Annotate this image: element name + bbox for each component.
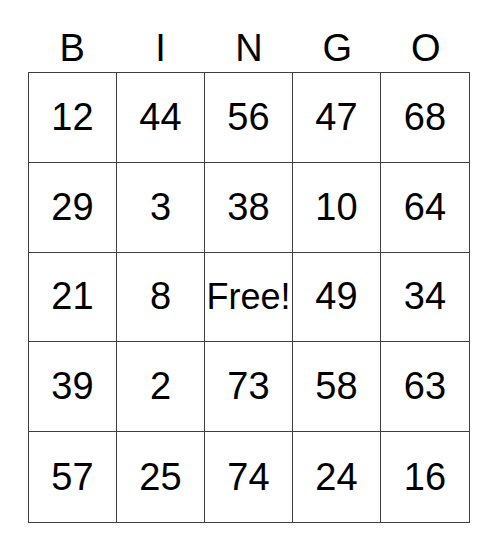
column-letter-n: N xyxy=(205,27,293,72)
bingo-cell: 2 xyxy=(117,342,205,432)
bingo-cell: 21 xyxy=(29,253,117,343)
bingo-cell: 8 xyxy=(117,253,205,343)
bingo-cell: 58 xyxy=(293,342,381,432)
column-letter-b: B xyxy=(28,27,116,72)
bingo-cell: 68 xyxy=(381,73,469,163)
bingo-cell: 74 xyxy=(205,432,293,522)
bingo-cell: 24 xyxy=(293,432,381,522)
bingo-card: B I N G O 12 44 56 47 68 29 3 38 10 64 2… xyxy=(28,0,470,523)
bingo-cell: 49 xyxy=(293,253,381,343)
bingo-cell: 73 xyxy=(205,342,293,432)
column-letter-o: O xyxy=(382,27,470,72)
bingo-cell: 56 xyxy=(205,73,293,163)
bingo-cell: 16 xyxy=(381,432,469,522)
bingo-cell: 12 xyxy=(29,73,117,163)
bingo-cell: 47 xyxy=(293,73,381,163)
bingo-cell: 25 xyxy=(117,432,205,522)
bingo-cell: 57 xyxy=(29,432,117,522)
bingo-cell: 38 xyxy=(205,163,293,253)
bingo-cell: 44 xyxy=(117,73,205,163)
bingo-grid: 12 44 56 47 68 29 3 38 10 64 21 8 Free! … xyxy=(28,72,470,523)
bingo-header: B I N G O xyxy=(28,0,470,72)
bingo-cell: 63 xyxy=(381,342,469,432)
column-letter-g: G xyxy=(293,27,381,72)
column-letter-i: I xyxy=(116,27,204,72)
bingo-cell: 3 xyxy=(117,163,205,253)
bingo-cell: 64 xyxy=(381,163,469,253)
free-space-cell: Free! xyxy=(205,253,293,343)
bingo-cell: 29 xyxy=(29,163,117,253)
bingo-cell: 10 xyxy=(293,163,381,253)
bingo-cell: 39 xyxy=(29,342,117,432)
bingo-cell: 34 xyxy=(381,253,469,343)
